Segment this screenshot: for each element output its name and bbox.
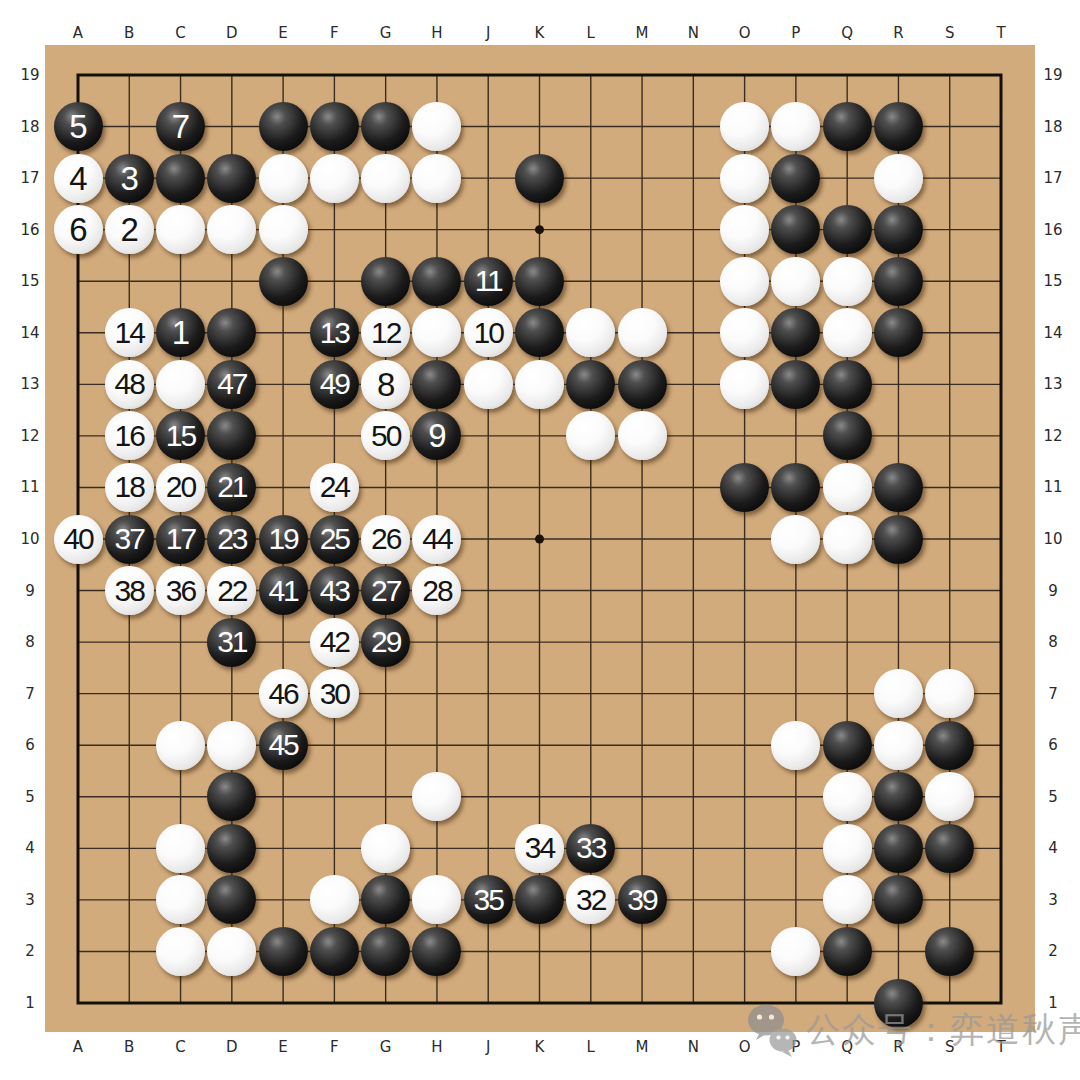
- stone-P2: [771, 927, 820, 976]
- stone-C4: [156, 824, 205, 873]
- stone-R10: [874, 515, 923, 564]
- stone-K17: [515, 154, 564, 203]
- stone-E15: [259, 257, 308, 306]
- stone-B14: 14: [105, 308, 154, 357]
- stone-K13: [515, 360, 564, 409]
- coord-left-3: 3: [25, 891, 35, 909]
- stone-R15: [874, 257, 923, 306]
- stone-D6: [207, 721, 256, 770]
- stone-C13: [156, 360, 205, 409]
- coord-right-5: 5: [1048, 788, 1058, 806]
- stone-Q13: [823, 360, 872, 409]
- stone-R4: [874, 824, 923, 873]
- coord-top-A: A: [73, 24, 83, 42]
- stone-E9: 41: [259, 566, 308, 615]
- stone-E2: [259, 927, 308, 976]
- move-number-27: 27: [371, 576, 400, 606]
- coord-bottom-D: D: [226, 1038, 238, 1056]
- move-number-19: 19: [268, 524, 297, 554]
- move-number-41: 41: [268, 576, 297, 606]
- stone-B17: 3: [105, 154, 154, 203]
- coord-right-13: 13: [1043, 375, 1062, 393]
- coord-left-8: 8: [25, 633, 35, 651]
- stone-R3: [874, 875, 923, 924]
- coord-left-14: 14: [20, 324, 39, 342]
- stone-G13: 8: [361, 360, 410, 409]
- move-number-30: 30: [320, 679, 349, 709]
- watermark-text: 公众号：弈道秋声: [806, 1007, 1080, 1053]
- stone-Q11: [823, 463, 872, 512]
- stone-B16: 2: [105, 205, 154, 254]
- stone-O11: [720, 463, 769, 512]
- stone-E10: 19: [259, 515, 308, 564]
- coord-right-14: 14: [1043, 324, 1062, 342]
- stone-Q5: [823, 772, 872, 821]
- coord-top-G: G: [380, 24, 392, 42]
- coord-top-J: J: [486, 24, 490, 42]
- coord-bottom-H: H: [431, 1038, 442, 1056]
- coord-top-P: P: [791, 24, 800, 42]
- move-number-5: 5: [69, 110, 86, 143]
- stone-C17: [156, 154, 205, 203]
- move-number-2: 2: [121, 213, 138, 246]
- move-number-13: 13: [320, 318, 349, 348]
- stone-M14: [618, 308, 667, 357]
- stone-A18: 5: [54, 102, 103, 151]
- coord-left-15: 15: [20, 272, 39, 290]
- stone-O17: [720, 154, 769, 203]
- coord-right-6: 6: [1048, 736, 1058, 754]
- move-number-6: 6: [69, 213, 86, 246]
- stone-B12: 16: [105, 411, 154, 460]
- stone-M3: 39: [618, 875, 667, 924]
- stone-E16: [259, 205, 308, 254]
- move-number-45: 45: [268, 730, 297, 760]
- stone-S4: [925, 824, 974, 873]
- stone-O16: [720, 205, 769, 254]
- coord-left-9: 9: [25, 582, 35, 600]
- coord-top-K: K: [535, 24, 545, 42]
- stone-L4: 33: [566, 824, 615, 873]
- stone-L13: [566, 360, 615, 409]
- coord-top-C: C: [175, 24, 185, 42]
- stone-C2: [156, 927, 205, 976]
- stone-R17: [874, 154, 923, 203]
- stone-Q12: [823, 411, 872, 460]
- stone-F18: [310, 102, 359, 151]
- stone-G18: [361, 102, 410, 151]
- stone-G4: [361, 824, 410, 873]
- coord-right-10: 10: [1043, 530, 1062, 548]
- move-number-1: 1: [172, 316, 189, 349]
- move-number-42: 42: [320, 627, 349, 657]
- coord-left-4: 4: [25, 839, 35, 857]
- stone-B11: 18: [105, 463, 154, 512]
- stone-M13: [618, 360, 667, 409]
- coord-left-17: 17: [20, 169, 39, 187]
- stone-G15: [361, 257, 410, 306]
- stone-H10: 44: [412, 515, 461, 564]
- coord-bottom-J: J: [486, 1038, 490, 1056]
- stone-Q15: [823, 257, 872, 306]
- move-number-10: 10: [474, 318, 503, 348]
- move-number-21: 21: [217, 472, 246, 502]
- stone-E18: [259, 102, 308, 151]
- stone-R18: [874, 102, 923, 151]
- move-number-16: 16: [115, 421, 144, 451]
- stone-C18: 7: [156, 102, 205, 151]
- coord-right-11: 11: [1043, 478, 1062, 496]
- move-number-22: 22: [217, 576, 246, 606]
- coord-top-E: E: [278, 24, 287, 42]
- stone-Q6: [823, 721, 872, 770]
- stone-R14: [874, 308, 923, 357]
- stone-P13: [771, 360, 820, 409]
- stone-D13: 47: [207, 360, 256, 409]
- stone-B10: 37: [105, 515, 154, 564]
- coord-left-18: 18: [20, 118, 39, 136]
- coord-right-18: 18: [1043, 118, 1062, 136]
- coord-top-M: M: [636, 24, 649, 42]
- coord-bottom-G: G: [380, 1038, 392, 1056]
- coord-bottom-A: A: [73, 1038, 83, 1056]
- move-number-43: 43: [320, 576, 349, 606]
- stone-D17: [207, 154, 256, 203]
- coord-right-7: 7: [1048, 685, 1058, 703]
- coord-left-7: 7: [25, 685, 35, 703]
- stone-F11: 24: [310, 463, 359, 512]
- coord-left-12: 12: [20, 427, 39, 445]
- move-number-36: 36: [166, 576, 195, 606]
- stone-K14: [515, 308, 564, 357]
- stone-Q4: [823, 824, 872, 873]
- move-number-18: 18: [115, 472, 144, 502]
- stone-F8: 42: [310, 618, 359, 667]
- stone-S2: [925, 927, 974, 976]
- stone-J13: [464, 360, 513, 409]
- stone-H13: [412, 360, 461, 409]
- coord-top-B: B: [124, 24, 134, 42]
- stone-C11: 20: [156, 463, 205, 512]
- move-number-20: 20: [166, 472, 195, 502]
- coord-left-6: 6: [25, 736, 35, 754]
- move-number-34: 34: [525, 833, 554, 863]
- stone-G2: [361, 927, 410, 976]
- stone-P15: [771, 257, 820, 306]
- coord-top-R: R: [893, 24, 903, 42]
- stone-C10: 17: [156, 515, 205, 564]
- stone-M12: [618, 411, 667, 460]
- move-number-17: 17: [166, 524, 195, 554]
- stone-R11: [874, 463, 923, 512]
- stone-D2: [207, 927, 256, 976]
- stone-Q16: [823, 205, 872, 254]
- move-number-38: 38: [115, 576, 144, 606]
- coord-top-L: L: [587, 24, 595, 42]
- coord-left-1: 1: [25, 994, 35, 1012]
- stone-F3: [310, 875, 359, 924]
- wechat-icon: [746, 1002, 798, 1058]
- stone-A17: 4: [54, 154, 103, 203]
- stone-Q10: [823, 515, 872, 564]
- stone-Q14: [823, 308, 872, 357]
- coord-bottom-E: E: [278, 1038, 287, 1056]
- coord-right-12: 12: [1043, 427, 1062, 445]
- move-number-3: 3: [121, 162, 138, 195]
- stone-G17: [361, 154, 410, 203]
- move-number-44: 44: [422, 524, 451, 554]
- coord-top-D: D: [226, 24, 238, 42]
- stone-J15: 11: [464, 257, 513, 306]
- stone-Q3: [823, 875, 872, 924]
- coord-bottom-L: L: [587, 1038, 595, 1056]
- move-number-49: 49: [320, 369, 349, 399]
- move-number-9: 9: [428, 419, 445, 452]
- stone-G9: 27: [361, 566, 410, 615]
- move-number-8: 8: [377, 368, 394, 401]
- stone-R6: [874, 721, 923, 770]
- coord-bottom-K: K: [535, 1038, 545, 1056]
- stone-C6: [156, 721, 205, 770]
- move-number-40: 40: [63, 524, 92, 554]
- coord-bottom-F: F: [330, 1038, 339, 1056]
- coord-top-S: S: [945, 24, 955, 42]
- stone-D11: 21: [207, 463, 256, 512]
- move-number-39: 39: [627, 885, 656, 915]
- move-number-47: 47: [217, 369, 246, 399]
- stone-P17: [771, 154, 820, 203]
- move-number-32: 32: [576, 885, 605, 915]
- coord-left-2: 2: [25, 942, 35, 960]
- coord-bottom-C: C: [175, 1038, 185, 1056]
- move-number-50: 50: [371, 421, 400, 451]
- coord-right-16: 16: [1043, 221, 1062, 239]
- stone-G8: 29: [361, 618, 410, 667]
- star-point-K16: [535, 225, 544, 234]
- coord-right-2: 2: [1048, 942, 1058, 960]
- coord-top-F: F: [330, 24, 339, 42]
- move-number-37: 37: [115, 524, 144, 554]
- stone-F13: 49: [310, 360, 359, 409]
- stone-C16: [156, 205, 205, 254]
- move-number-28: 28: [422, 576, 451, 606]
- move-number-25: 25: [320, 524, 349, 554]
- move-number-46: 46: [268, 679, 297, 709]
- stone-O18: [720, 102, 769, 151]
- coord-right-8: 8: [1048, 633, 1058, 651]
- stone-K15: [515, 257, 564, 306]
- stone-R7: [874, 669, 923, 718]
- stone-E7: 46: [259, 669, 308, 718]
- coord-left-10: 10: [20, 530, 39, 548]
- move-number-12: 12: [371, 318, 400, 348]
- stone-F10: 25: [310, 515, 359, 564]
- stone-F9: 43: [310, 566, 359, 615]
- coord-right-9: 9: [1048, 582, 1058, 600]
- move-number-7: 7: [172, 110, 189, 143]
- stone-P11: [771, 463, 820, 512]
- stone-R5: [874, 772, 923, 821]
- stone-D4: [207, 824, 256, 873]
- stone-H17: [412, 154, 461, 203]
- stone-B9: 38: [105, 566, 154, 615]
- move-number-26: 26: [371, 524, 400, 554]
- stone-F14: 13: [310, 308, 359, 357]
- stone-O15: [720, 257, 769, 306]
- move-number-33: 33: [576, 833, 605, 863]
- stone-A16: 6: [54, 205, 103, 254]
- move-number-35: 35: [474, 885, 503, 915]
- stone-H15: [412, 257, 461, 306]
- stone-K4: 34: [515, 824, 564, 873]
- coord-bottom-B: B: [124, 1038, 134, 1056]
- watermark: 公众号：弈道秋声: [746, 1000, 1080, 1060]
- star-point-K10: [535, 535, 544, 544]
- stone-C14: 1: [156, 308, 205, 357]
- move-number-4: 4: [69, 162, 86, 195]
- stone-J3: 35: [464, 875, 513, 924]
- stone-Q18: [823, 102, 872, 151]
- stone-D8: 31: [207, 618, 256, 667]
- coord-right-15: 15: [1043, 272, 1062, 290]
- stone-E17: [259, 154, 308, 203]
- stone-G10: 26: [361, 515, 410, 564]
- coord-left-16: 16: [20, 221, 39, 239]
- coord-bottom-M: M: [636, 1038, 649, 1056]
- coord-left-13: 13: [20, 375, 39, 393]
- coord-top-T: T: [996, 24, 1005, 42]
- stone-B13: 48: [105, 360, 154, 409]
- move-number-31: 31: [217, 627, 246, 657]
- coord-top-N: N: [688, 24, 699, 42]
- coord-bottom-N: N: [688, 1038, 699, 1056]
- coord-top-O: O: [739, 24, 751, 42]
- coord-right-19: 19: [1043, 66, 1062, 84]
- move-number-24: 24: [320, 472, 349, 502]
- move-number-29: 29: [371, 627, 400, 657]
- stone-C9: 36: [156, 566, 205, 615]
- stone-R16: [874, 205, 923, 254]
- stone-A10: 40: [54, 515, 103, 564]
- move-number-15: 15: [166, 421, 195, 451]
- coord-left-19: 19: [20, 66, 39, 84]
- coord-top-H: H: [431, 24, 442, 42]
- stone-O13: [720, 360, 769, 409]
- coord-right-3: 3: [1048, 891, 1058, 909]
- stone-F17: [310, 154, 359, 203]
- coord-top-Q: Q: [841, 24, 853, 42]
- coord-right-17: 17: [1043, 169, 1062, 187]
- stone-P10: [771, 515, 820, 564]
- move-number-23: 23: [217, 524, 246, 554]
- stone-P6: [771, 721, 820, 770]
- stone-Q2: [823, 927, 872, 976]
- stone-E6: 45: [259, 721, 308, 770]
- stone-S6: [925, 721, 974, 770]
- stone-D10: 23: [207, 515, 256, 564]
- stone-J14: 10: [464, 308, 513, 357]
- stone-F2: [310, 927, 359, 976]
- coord-left-5: 5: [25, 788, 35, 806]
- move-number-48: 48: [115, 369, 144, 399]
- stone-F7: 30: [310, 669, 359, 718]
- coord-right-4: 4: [1048, 839, 1058, 857]
- move-number-14: 14: [115, 318, 144, 348]
- coord-left-11: 11: [20, 478, 39, 496]
- move-number-11: 11: [475, 266, 502, 296]
